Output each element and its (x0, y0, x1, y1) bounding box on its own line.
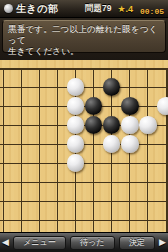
white-stone (67, 116, 85, 134)
title-bar: 生きの部 問題79 ★.4 00:05 (0, 0, 168, 18)
grid-line-horizontal (0, 68, 167, 70)
white-stone (139, 116, 157, 134)
black-stone (103, 116, 121, 134)
next-arrow-icon[interactable]: ▶ (159, 238, 166, 247)
instruction-panel: 黒番です。二つ以上の離れた眼をつくって 生きてください。 (0, 18, 168, 60)
white-stone (157, 97, 168, 115)
instruction-line1: 黒番です。二つ以上の離れた眼をつくって (8, 24, 160, 46)
white-stone (121, 135, 139, 153)
menu-button[interactable]: メニュー (13, 236, 66, 250)
grid-line-vertical (93, 68, 94, 232)
black-stone (85, 97, 103, 115)
instruction-text: 黒番です。二つ以上の離れた眼をつくって 生きてください。 (2, 20, 166, 53)
grid-line-vertical (39, 68, 40, 232)
go-board[interactable] (0, 60, 168, 232)
section-title: 生きの部 (16, 2, 58, 16)
white-stone (67, 154, 85, 172)
white-stone (67, 97, 85, 115)
black-stone (121, 97, 139, 115)
grid-line-vertical (57, 68, 58, 232)
problem-number: 問題79 (85, 3, 111, 15)
grid-line-vertical (3, 68, 4, 232)
grid-line-vertical (166, 68, 168, 232)
difficulty-stars: ★.4 (117, 4, 133, 14)
undo-button[interactable]: 待った (70, 236, 115, 250)
timer: 00:05 (140, 7, 164, 16)
grid-line-horizontal (0, 201, 167, 202)
white-stone (121, 116, 139, 134)
confirm-button[interactable]: 決定 (119, 236, 155, 250)
grid-line-horizontal (0, 182, 167, 183)
prev-arrow-icon[interactable]: ◀ (2, 238, 9, 247)
grid-line-horizontal (0, 220, 167, 221)
go-stone-icon (4, 4, 13, 13)
grid-line-vertical (147, 68, 148, 232)
black-stone (85, 116, 103, 134)
white-stone (67, 78, 85, 96)
black-stone (103, 78, 121, 96)
toolbar: ◀ メニュー 待った 決定 ▶ (0, 232, 168, 252)
app-window: 生きの部 問題79 ★.4 00:05 黒番です。二つ以上の離れた眼をつくって … (0, 0, 168, 252)
white-stone (103, 135, 121, 153)
white-stone (67, 135, 85, 153)
instruction-line2: 生きてください。 (8, 46, 160, 57)
grid-line-vertical (21, 68, 22, 232)
